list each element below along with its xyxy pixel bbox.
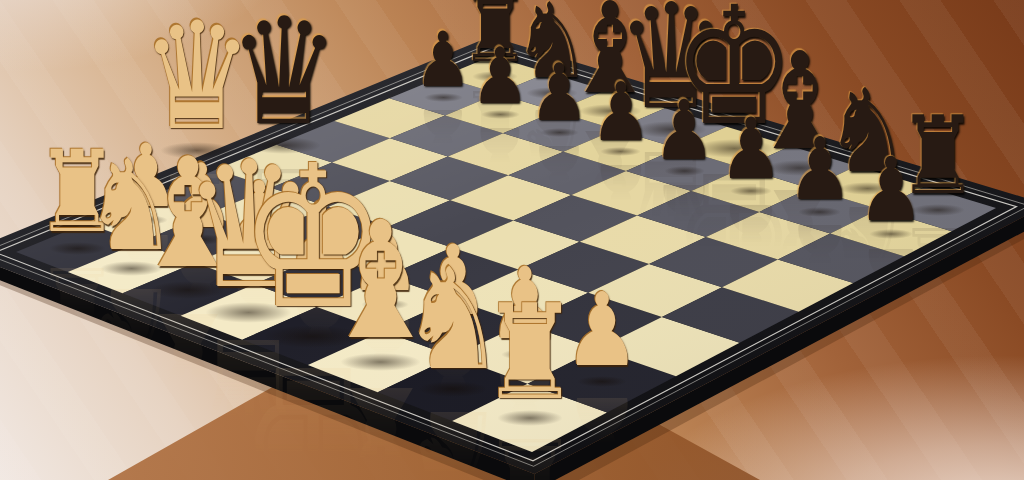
piece-reflection: ♟ (787, 212, 852, 298)
black-pawn-g7: ♟ (787, 126, 852, 212)
black-pawn-a7: ♟ (415, 22, 472, 98)
black-pawn-e7: ♟ (653, 89, 715, 172)
piece-reflection: ♟ (590, 152, 651, 233)
black-pawn-d7: ♟ (590, 71, 651, 152)
piece-reflection: ♟ (415, 98, 472, 174)
pieces-layer: ♜♜♞♞♝♝♛♛♚♚♝♝♞♞♜♜♟♟♟♟♟♟♟♟♟♟♟♟♟♟♟♟♟♟♟♟♟♟♟♟… (0, 0, 1024, 480)
piece-reflection: ♟ (530, 133, 590, 212)
black-pawn-h7: ♟ (858, 146, 924, 234)
piece-reflection: ♟ (653, 171, 715, 254)
black-pawn-b7: ♟ (471, 38, 529, 116)
piece-reflection: ♟ (719, 191, 782, 275)
chess-set-photo: ♜♜♞♞♝♝♛♛♚♚♝♝♞♞♜♜♟♟♟♟♟♟♟♟♟♟♟♟♟♟♟♟♟♟♟♟♟♟♟♟… (0, 0, 1024, 480)
piece-reflection: ♟ (471, 115, 529, 193)
black-pawn-c7: ♟ (530, 54, 590, 133)
black-pawn-f7: ♟ (719, 107, 782, 191)
piece-reflection: ♟ (858, 234, 924, 322)
white-rook-h1: ♜ (480, 287, 579, 418)
